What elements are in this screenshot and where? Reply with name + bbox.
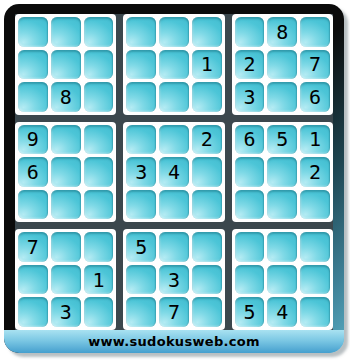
cell-r6c4[interactable] xyxy=(126,190,156,220)
cell-r1c3[interactable] xyxy=(84,17,114,47)
footer-bar: www.sudokusweb.com xyxy=(4,330,344,353)
cell-r1c6[interactable] xyxy=(192,17,222,47)
box-4: 96 xyxy=(15,122,116,223)
cell-r1c7[interactable] xyxy=(235,17,265,47)
box-1: 8 xyxy=(15,14,116,115)
cell-r4c2[interactable] xyxy=(51,125,81,155)
sudoku-grid: 818273696234651271353754 xyxy=(15,14,333,330)
cell-r2c4[interactable] xyxy=(126,50,156,80)
cell-r8c3: 1 xyxy=(84,265,114,295)
cell-r7c7[interactable] xyxy=(235,232,265,262)
cell-r5c3[interactable] xyxy=(84,157,114,187)
cell-r7c8[interactable] xyxy=(267,232,297,262)
cell-r8c4[interactable] xyxy=(126,265,156,295)
cell-r9c2: 3 xyxy=(51,297,81,327)
cell-r5c5: 4 xyxy=(159,157,189,187)
cell-r2c6: 1 xyxy=(192,50,222,80)
cell-r3c5[interactable] xyxy=(159,82,189,112)
cell-r3c7: 3 xyxy=(235,82,265,112)
cell-r9c8: 4 xyxy=(267,297,297,327)
cell-r3c6[interactable] xyxy=(192,82,222,112)
cell-r3c4[interactable] xyxy=(126,82,156,112)
cell-r5c8[interactable] xyxy=(267,157,297,187)
cell-r3c9: 6 xyxy=(300,82,330,112)
box-9: 54 xyxy=(232,229,333,330)
cell-r1c5[interactable] xyxy=(159,17,189,47)
page: 818273696234651271353754 www.sudokusweb.… xyxy=(0,0,350,360)
cell-r6c1[interactable] xyxy=(18,190,48,220)
cell-r8c8[interactable] xyxy=(267,265,297,295)
cell-r9c5: 7 xyxy=(159,297,189,327)
cell-r8c6[interactable] xyxy=(192,265,222,295)
cell-r5c4: 3 xyxy=(126,157,156,187)
box-2: 1 xyxy=(123,14,224,115)
cell-r4c1: 9 xyxy=(18,125,48,155)
cell-r3c2: 8 xyxy=(51,82,81,112)
cell-r1c1[interactable] xyxy=(18,17,48,47)
cell-r3c3[interactable] xyxy=(84,82,114,112)
cell-r4c3[interactable] xyxy=(84,125,114,155)
cell-r7c6[interactable] xyxy=(192,232,222,262)
cell-r2c3[interactable] xyxy=(84,50,114,80)
cell-r5c1: 6 xyxy=(18,157,48,187)
cell-r8c5: 3 xyxy=(159,265,189,295)
cell-r3c1[interactable] xyxy=(18,82,48,112)
website-link[interactable]: www.sudokusweb.com xyxy=(88,334,260,349)
cell-r4c6: 2 xyxy=(192,125,222,155)
cell-r9c9[interactable] xyxy=(300,297,330,327)
cell-r3c8[interactable] xyxy=(267,82,297,112)
cell-r9c7: 5 xyxy=(235,297,265,327)
cell-r6c7[interactable] xyxy=(235,190,265,220)
cell-r2c8[interactable] xyxy=(267,50,297,80)
cell-r6c8[interactable] xyxy=(267,190,297,220)
cell-r2c7: 2 xyxy=(235,50,265,80)
cell-r6c2[interactable] xyxy=(51,190,81,220)
cell-r4c9: 1 xyxy=(300,125,330,155)
cell-r7c9[interactable] xyxy=(300,232,330,262)
cell-r7c3[interactable] xyxy=(84,232,114,262)
cell-r2c1[interactable] xyxy=(18,50,48,80)
cell-r4c4[interactable] xyxy=(126,125,156,155)
cell-r5c7[interactable] xyxy=(235,157,265,187)
cell-r8c2[interactable] xyxy=(51,265,81,295)
box-3: 82736 xyxy=(232,14,333,115)
cell-r1c9[interactable] xyxy=(300,17,330,47)
cell-r9c3[interactable] xyxy=(84,297,114,327)
cell-r5c6[interactable] xyxy=(192,157,222,187)
cell-r7c4: 5 xyxy=(126,232,156,262)
cell-r8c1[interactable] xyxy=(18,265,48,295)
cell-r6c5[interactable] xyxy=(159,190,189,220)
cell-r1c4[interactable] xyxy=(126,17,156,47)
cell-r8c9[interactable] xyxy=(300,265,330,295)
cell-r2c5[interactable] xyxy=(159,50,189,80)
box-6: 6512 xyxy=(232,122,333,223)
cell-r2c9: 7 xyxy=(300,50,330,80)
cell-r4c7: 6 xyxy=(235,125,265,155)
cell-r9c4[interactable] xyxy=(126,297,156,327)
cell-r4c5[interactable] xyxy=(159,125,189,155)
cell-r1c8: 8 xyxy=(267,17,297,47)
cell-r9c1[interactable] xyxy=(18,297,48,327)
box-8: 537 xyxy=(123,229,224,330)
cell-r6c6[interactable] xyxy=(192,190,222,220)
box-7: 713 xyxy=(15,229,116,330)
cell-r6c3[interactable] xyxy=(84,190,114,220)
sudoku-board: 818273696234651271353754 www.sudokusweb.… xyxy=(4,4,344,353)
box-5: 234 xyxy=(123,122,224,223)
cell-r7c1: 7 xyxy=(18,232,48,262)
cell-r7c5[interactable] xyxy=(159,232,189,262)
cell-r9c6[interactable] xyxy=(192,297,222,327)
cell-r8c7[interactable] xyxy=(235,265,265,295)
cell-r6c9[interactable] xyxy=(300,190,330,220)
cell-r2c2[interactable] xyxy=(51,50,81,80)
cell-r4c8: 5 xyxy=(267,125,297,155)
cell-r5c9: 2 xyxy=(300,157,330,187)
cell-r1c2[interactable] xyxy=(51,17,81,47)
cell-r7c2[interactable] xyxy=(51,232,81,262)
cell-r5c2[interactable] xyxy=(51,157,81,187)
